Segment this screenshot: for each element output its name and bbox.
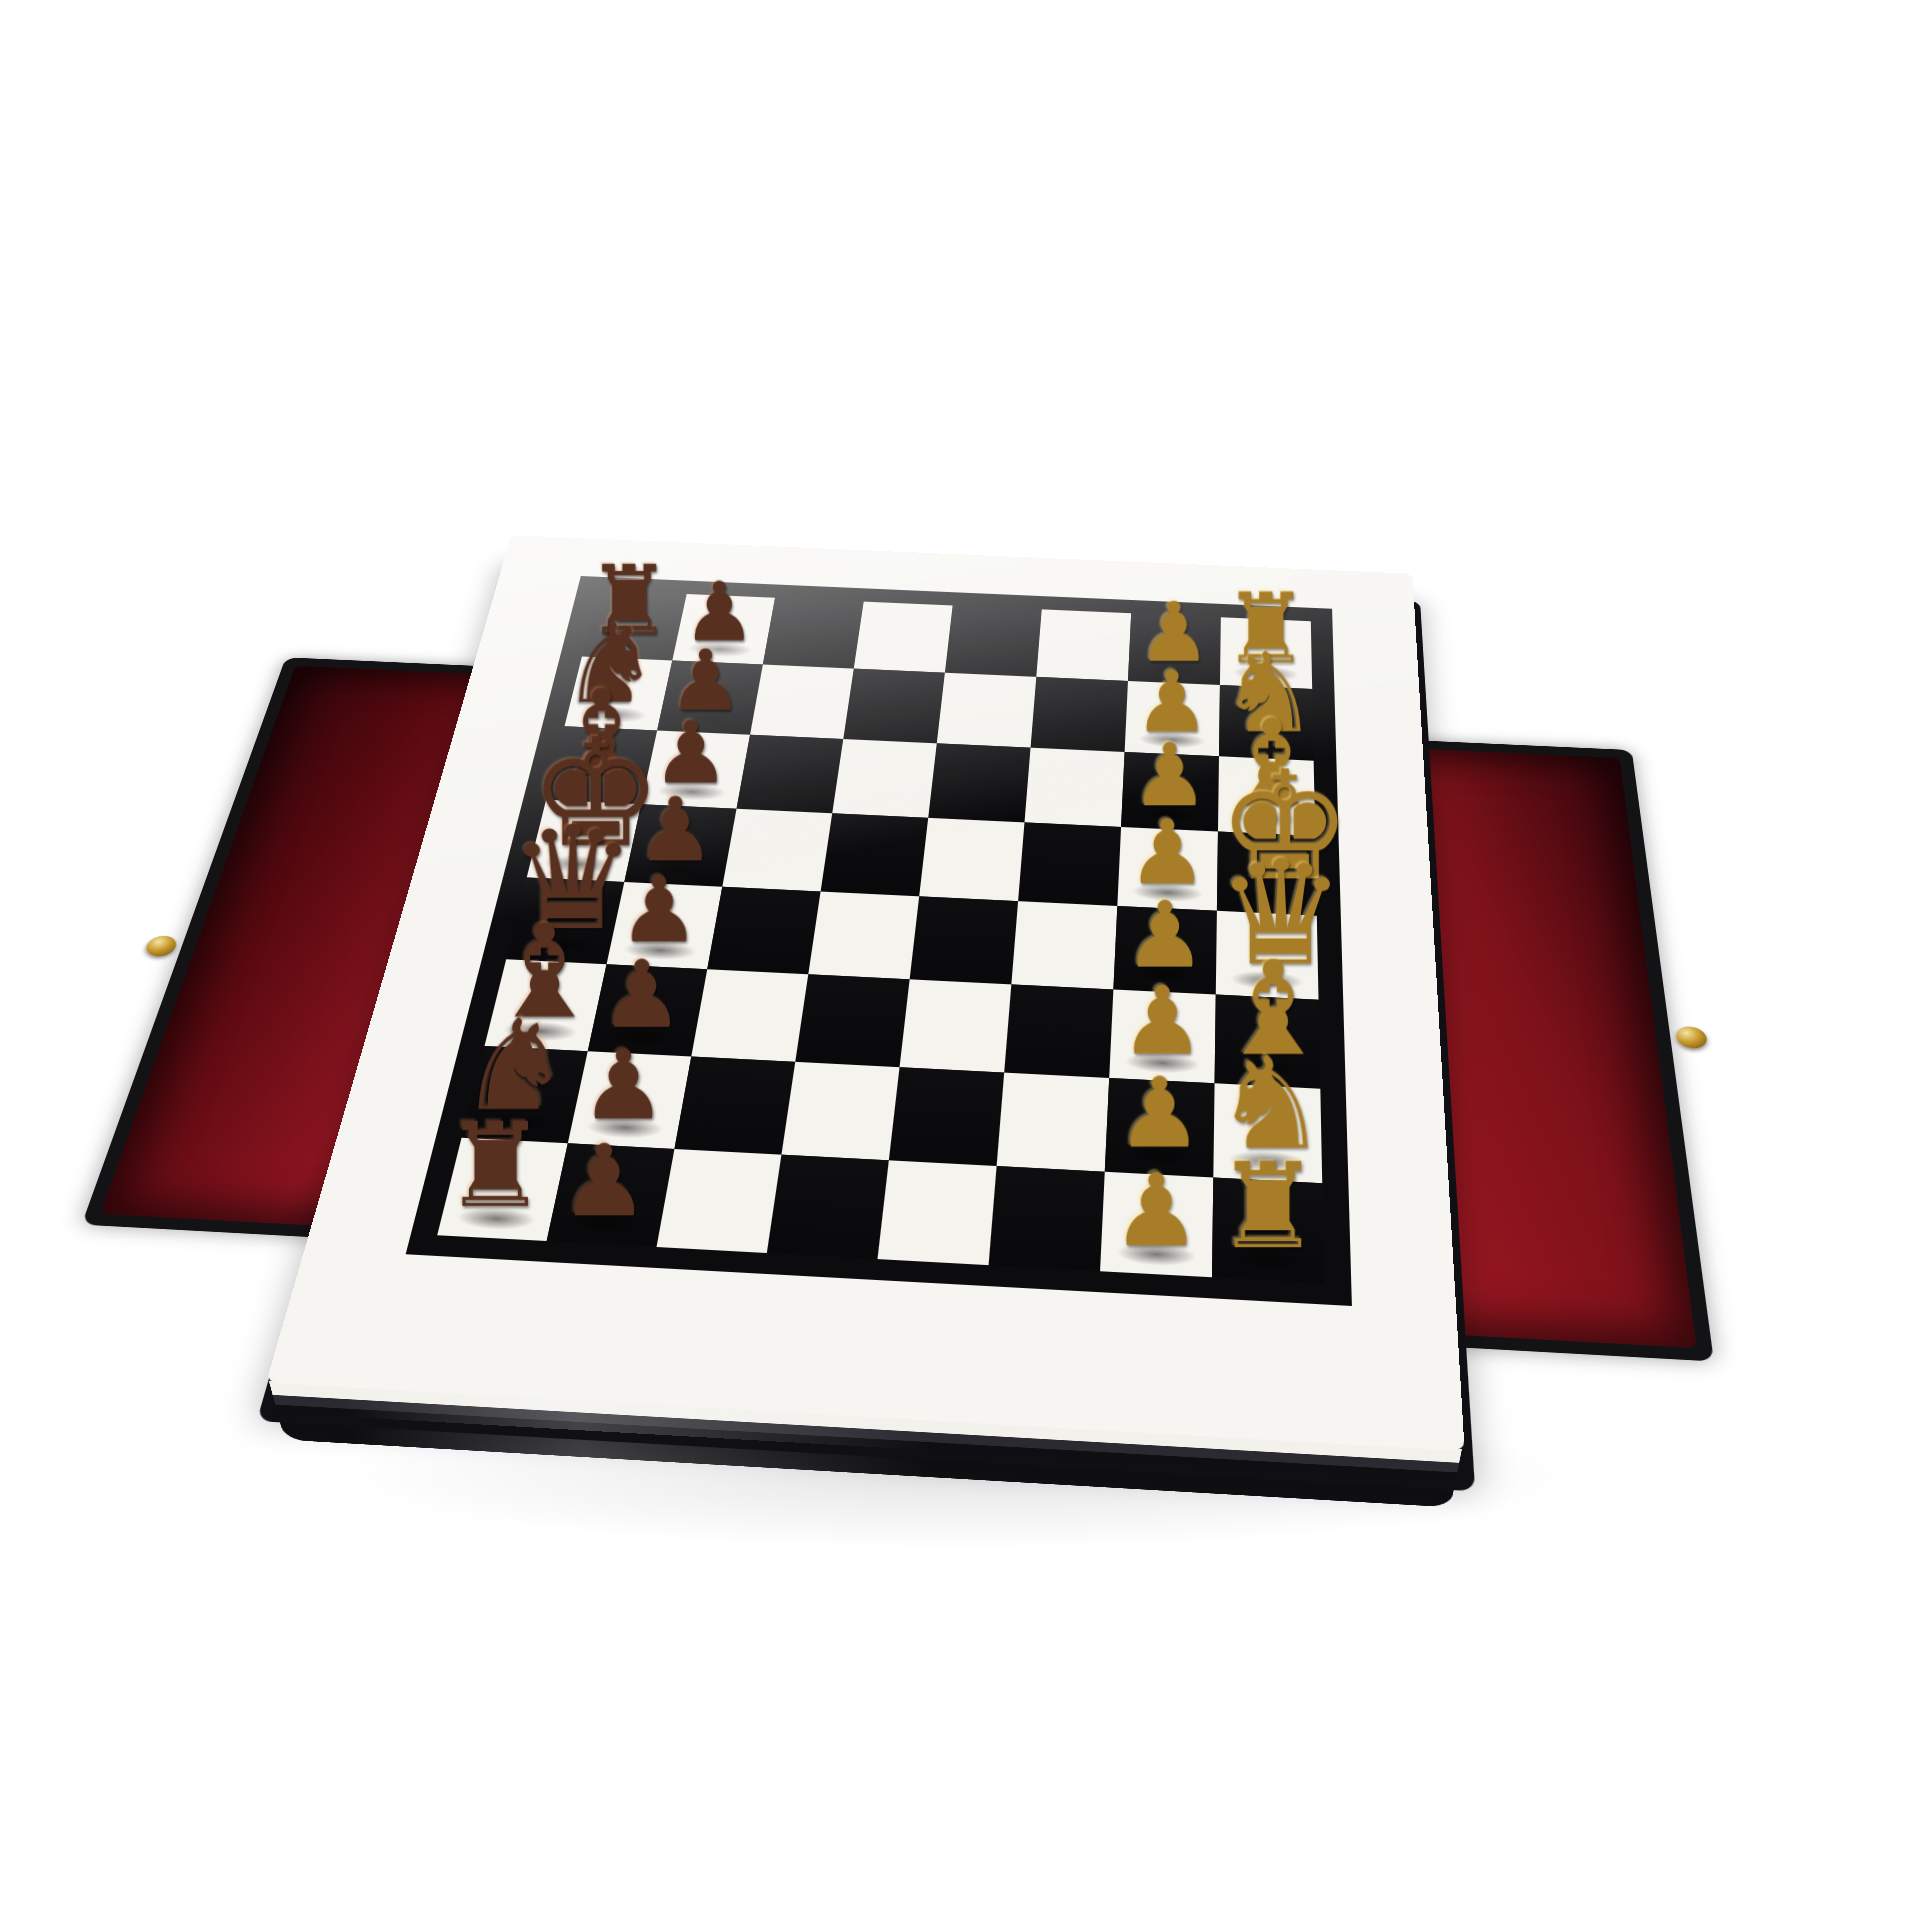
square-g6[interactable]	[750, 665, 854, 740]
square-h4[interactable]	[945, 606, 1042, 677]
square-g3[interactable]	[1031, 677, 1128, 752]
square-h3[interactable]	[1036, 609, 1131, 680]
piece-bR-a8[interactable]: ♜	[440, 1108, 550, 1225]
scene: ♜♟♟♜♞♟♟♞♝♟♟♝♚♟♟♚♛♟♟♛♝♟♟♝♞♟♟♞♜♟♟♜	[0, 0, 1920, 1920]
checkerboard-frame: ♜♟♟♜♞♟♟♞♝♟♟♝♚♟♟♚♛♟♟♛♝♟♟♝♞♟♟♞♜♟♟♜	[406, 576, 1352, 1306]
piece-wP-c2[interactable]: ♟	[1110, 974, 1215, 1068]
square-g4[interactable]	[937, 673, 1037, 748]
square-f3[interactable]	[1024, 748, 1124, 827]
square-a2[interactable]: ♟	[1100, 1172, 1213, 1278]
square-a4[interactable]	[877, 1160, 996, 1265]
square-b4[interactable]	[889, 1067, 1004, 1166]
square-a1[interactable]: ♜	[1212, 1177, 1324, 1283]
square-c6[interactable]	[691, 969, 808, 1062]
square-b3[interactable]	[997, 1073, 1110, 1172]
piece-wR-a1[interactable]: ♜	[1212, 1148, 1324, 1266]
square-a7[interactable]: ♟	[547, 1143, 675, 1247]
square-d3[interactable]	[1011, 901, 1117, 989]
chess-set: ♜♟♟♜♞♟♟♞♝♟♟♝♚♟♟♚♛♟♟♛♝♟♟♝♞♟♟♞♜♟♟♜	[266, 535, 1465, 1451]
piece-wP-a2[interactable]: ♟	[1101, 1160, 1212, 1260]
square-e3[interactable]	[1018, 822, 1121, 906]
left-drawer-knob[interactable]	[143, 935, 179, 957]
square-c5[interactable]	[795, 974, 909, 1067]
square-f5[interactable]	[832, 739, 937, 818]
square-a6[interactable]	[657, 1149, 782, 1253]
square-d4[interactable]	[910, 896, 1018, 984]
square-e5[interactable]	[821, 813, 929, 896]
piece-wP-b2[interactable]: ♟	[1105, 1064, 1213, 1161]
square-c3[interactable]	[1004, 984, 1113, 1078]
piece-bP-a7[interactable]: ♟	[549, 1131, 659, 1230]
square-c4[interactable]	[900, 979, 1012, 1072]
right-drawer-knob[interactable]	[1675, 1026, 1708, 1049]
checkerboard: ♜♟♟♜♞♟♟♞♝♟♟♝♚♟♟♚♛♟♟♛♝♟♟♝♞♟♟♞♜♟♟♜	[437, 590, 1324, 1283]
square-g5[interactable]	[843, 669, 945, 744]
square-e6[interactable]	[722, 809, 832, 892]
piece-bP-b7[interactable]: ♟	[570, 1037, 677, 1133]
square-e4[interactable]	[919, 818, 1024, 901]
square-f6[interactable]	[737, 735, 844, 814]
square-h6[interactable]	[763, 598, 864, 669]
square-f4[interactable]	[928, 743, 1030, 822]
square-a3[interactable]	[989, 1166, 1105, 1271]
square-h5[interactable]	[854, 602, 953, 673]
square-d6[interactable]	[707, 887, 820, 974]
square-a5[interactable]	[767, 1155, 889, 1260]
square-b5[interactable]	[781, 1062, 899, 1160]
square-d5[interactable]	[808, 892, 919, 980]
square-b6[interactable]	[674, 1057, 795, 1155]
